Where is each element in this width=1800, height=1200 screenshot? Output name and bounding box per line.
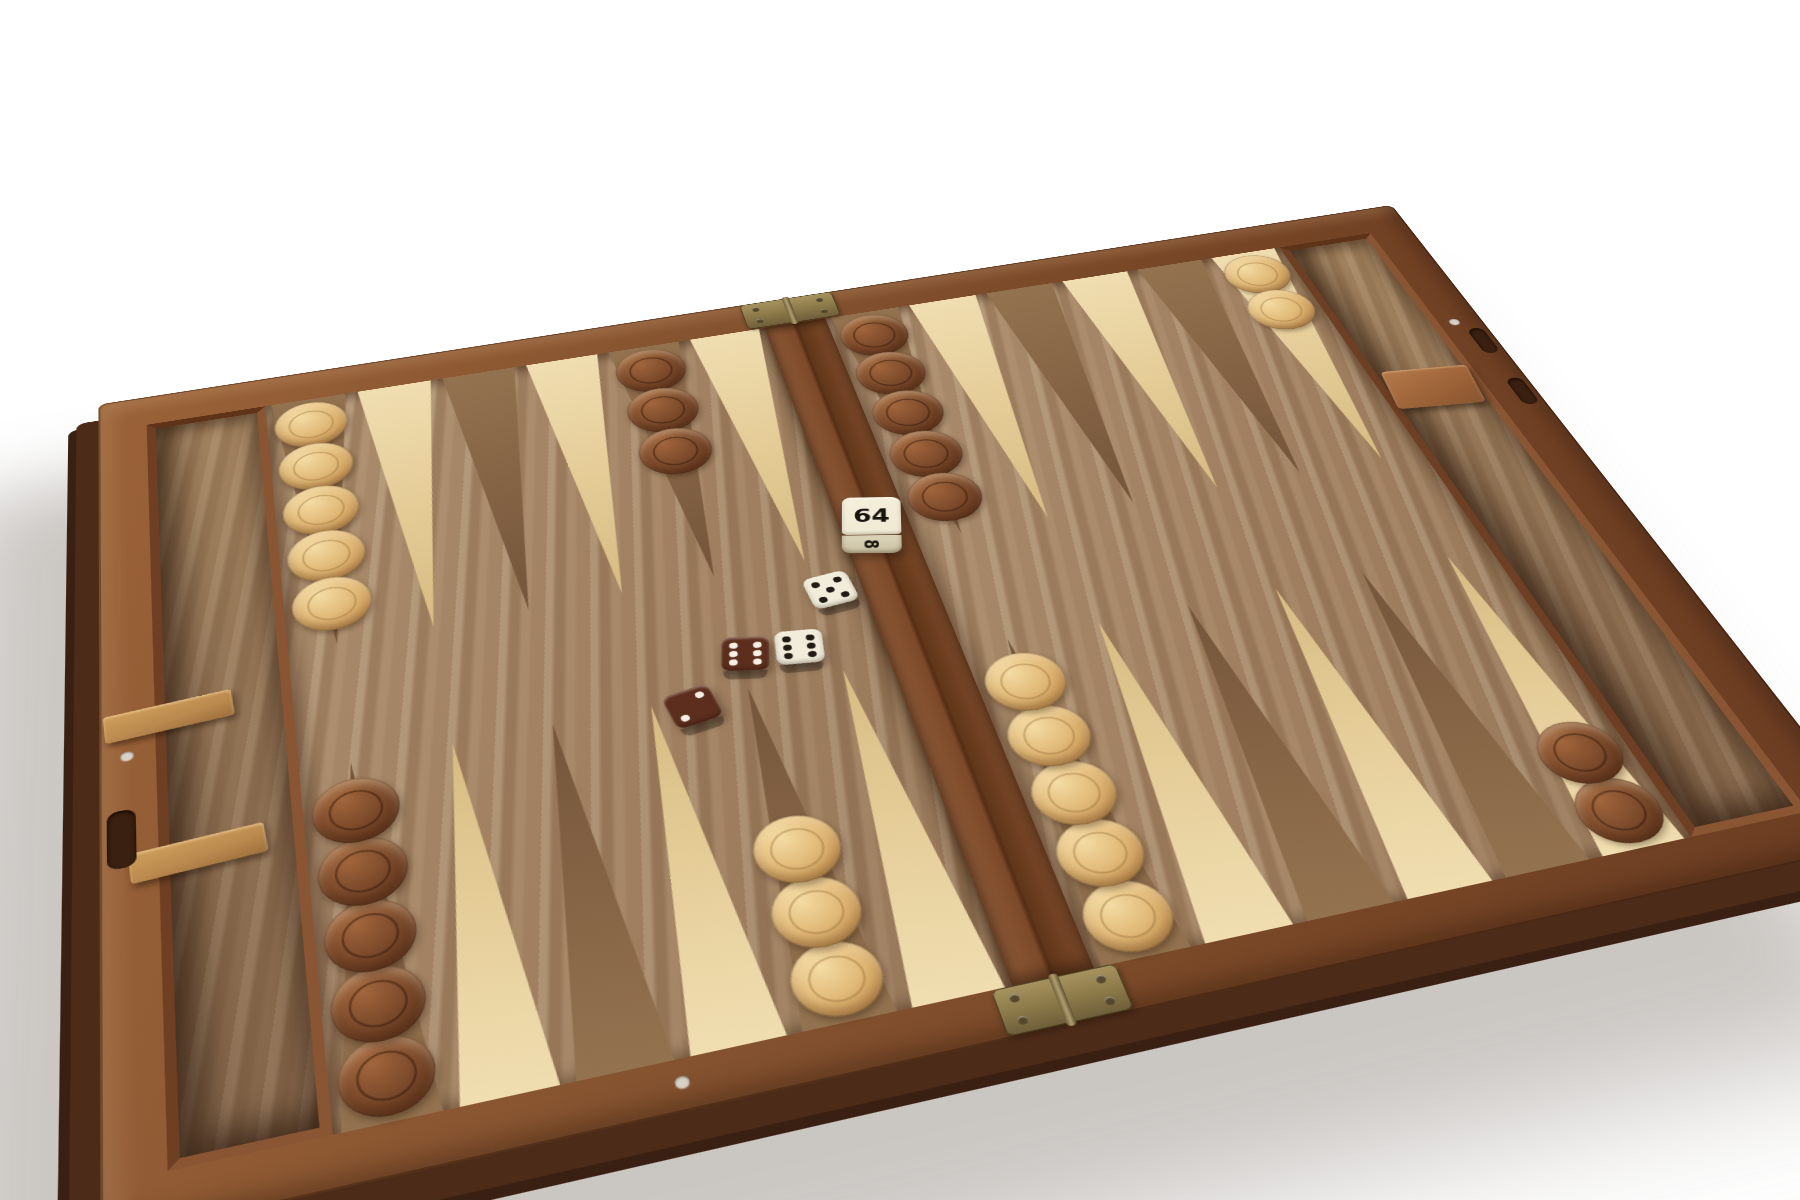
doubling-cube-top-face: 64: [842, 497, 902, 535]
die-pip: [679, 714, 691, 723]
die-pip: [729, 659, 738, 665]
white-die-1-showing-6[interactable]: [774, 628, 826, 665]
magnet-dot-right: [1447, 318, 1461, 325]
die-pip: [825, 586, 836, 593]
magnet-dot-left: [120, 751, 133, 762]
doubling-cube[interactable]: 64 8: [842, 497, 902, 553]
die-pip: [806, 634, 815, 641]
die-pip: [807, 642, 816, 649]
die-pip: [782, 644, 791, 651]
backgammon-case: 64 8: [98, 205, 1800, 1200]
case-interior: 64 8: [147, 233, 1800, 1171]
right-rail-notch-2: [1505, 377, 1541, 406]
die-pip: [753, 641, 762, 647]
magnet-dot-bottom: [674, 1075, 691, 1090]
right-rail-notch-1: [1466, 327, 1500, 354]
point-right-top-3-walnut[interactable]: [981, 282, 1175, 510]
die-pip: [694, 690, 706, 698]
die-pip: [840, 591, 851, 598]
die-pip: [810, 581, 821, 588]
die-pip: [729, 642, 738, 648]
die-pip: [729, 651, 738, 657]
die-pip: [808, 651, 817, 658]
die-pip: [832, 576, 843, 583]
doubling-cube-front-face: 8: [842, 535, 902, 553]
die-pip: [818, 596, 829, 603]
brown-die-2-showing-6[interactable]: [721, 636, 769, 671]
die-pip: [781, 636, 790, 643]
die-pip: [753, 659, 762, 665]
photo-background: 64 8 Wooden folding backgammon case, ope…: [0, 0, 1800, 1200]
left-rail-handle-notch: [107, 808, 137, 871]
die-pip: [783, 653, 792, 660]
die-pip: [753, 650, 762, 656]
lid-prop-block[interactable]: [1380, 365, 1485, 409]
